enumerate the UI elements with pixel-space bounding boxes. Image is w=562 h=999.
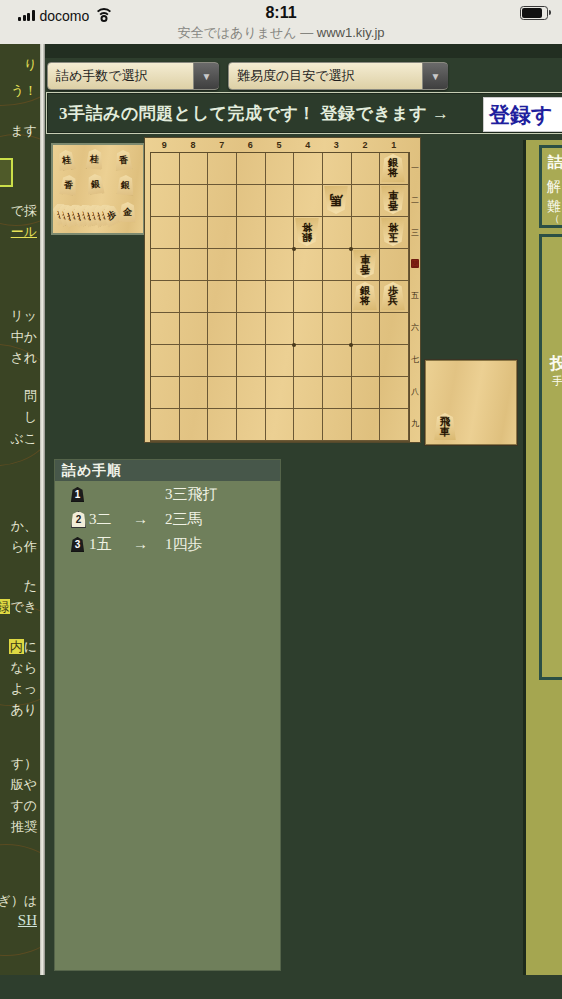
right-text-fragment: 手 bbox=[552, 374, 562, 389]
piece-gote-silver-4c[interactable]: 銀将 bbox=[295, 218, 319, 246]
tray-piece[interactable]: 金 bbox=[119, 202, 137, 223]
sente-hand-stand[interactable]: 飛車 bbox=[425, 360, 517, 445]
shogi-board[interactable]: 98 76 54 32 1 一二 三四 五六 七八 九 銀将 bbox=[145, 138, 420, 442]
file-labels: 98 76 54 32 1 bbox=[150, 139, 408, 152]
left-text-fragment: あり bbox=[10, 701, 37, 719]
left-text-fragment: し bbox=[24, 408, 37, 426]
battery-icon bbox=[520, 6, 548, 20]
move-2-badge: 2 bbox=[71, 511, 86, 528]
right-text-fragment: 解 bbox=[547, 178, 561, 196]
move-1-badge: 1 bbox=[71, 487, 84, 502]
hand-piece-rook[interactable]: 飛車 bbox=[434, 413, 456, 440]
piece-box-tray[interactable]: 桂 桂 香 香 銀 銀 歩 歩 歩 歩 歩 歩 歩 歩 歩 歩 歩 金 bbox=[51, 143, 145, 235]
left-text-fragment: す） bbox=[11, 755, 37, 773]
difficulty-select-label: 難易度の目安で選択 bbox=[229, 67, 422, 85]
completion-message: 3手詰みの問題として完成です！ 登録できます → bbox=[47, 102, 449, 125]
left-text-fragment: ぶこ bbox=[10, 430, 37, 448]
left-text-fragment: 推奨 bbox=[11, 818, 37, 836]
left-text-fragment: すの bbox=[10, 797, 37, 815]
safari-url-hint[interactable]: 安全ではありません — www1.kiy.jp bbox=[0, 24, 562, 42]
left-text-fragment: よっ bbox=[10, 680, 37, 698]
top-band bbox=[0, 44, 562, 58]
left-sidebar-strip: り う！ ます で採 ール リッ 中か され 問 し ぶこ か、 ら作 た 録で… bbox=[0, 44, 40, 975]
ios-status-bar: docomo 8:11 安全ではありません — www1.kiy.jp bbox=[0, 0, 562, 44]
move-3-badge: 3 bbox=[71, 537, 84, 552]
left-text-fragment: 問 bbox=[24, 387, 37, 405]
right-info-box-2 bbox=[539, 234, 562, 680]
tray-piece[interactable]: 銀 bbox=[86, 173, 105, 194]
left-text-fragment: リッ bbox=[10, 307, 37, 325]
moves-panel: 詰め手順 1 3三飛打 2 3二 → 2三馬 3 1五 → 1四歩 bbox=[55, 460, 280, 970]
right-text-fragment: 詰 bbox=[548, 153, 562, 172]
right-text-fragment: （ bbox=[550, 212, 560, 226]
register-button[interactable]: 登録す bbox=[483, 97, 562, 132]
left-link-fragment[interactable]: ール bbox=[11, 223, 37, 241]
piece-gote-king-1c[interactable]: 玉将 bbox=[381, 218, 405, 246]
left-text-fragment: か、 bbox=[11, 517, 37, 535]
left-text-fragment: ら作 bbox=[11, 538, 37, 556]
chevron-down-icon[interactable]: ▼ bbox=[193, 63, 219, 89]
piece-gote-lance-1b[interactable]: 香車 bbox=[381, 186, 405, 214]
piece-sente-silver-1a[interactable]: 銀将 bbox=[381, 154, 405, 182]
url-domain: www1.kiy.jp bbox=[317, 25, 385, 40]
left-highlight-box bbox=[0, 158, 13, 187]
moves-count-select[interactable]: 詰め手数で選択 ▼ bbox=[47, 62, 219, 90]
left-text-fragment: で採 bbox=[11, 202, 37, 220]
left-text-fragment: され bbox=[10, 349, 37, 367]
left-text-fragment: なら bbox=[10, 659, 37, 677]
move-row-2[interactable]: 2 3二 → 2三馬 bbox=[55, 508, 280, 531]
left-text-fragment: た bbox=[24, 577, 37, 595]
moves-count-select-label: 詰め手数で選択 bbox=[48, 67, 193, 85]
left-text-fragment: ます bbox=[10, 122, 37, 140]
difficulty-select[interactable]: 難易度の目安で選択 ▼ bbox=[228, 62, 448, 90]
left-text-fragment: う！ bbox=[11, 82, 37, 100]
left-text-fragment: り bbox=[24, 56, 37, 74]
tray-piece[interactable]: 桂 bbox=[85, 148, 103, 169]
left-text-fragment: 中か bbox=[11, 328, 37, 346]
left-text-fragment: ぎ）は bbox=[0, 892, 37, 910]
piece-gote-horse-3b[interactable]: 馬 bbox=[324, 186, 348, 214]
tray-piece[interactable]: 香 bbox=[59, 174, 78, 196]
clock: 8:11 bbox=[0, 4, 562, 22]
piece-gote-lance-2d[interactable]: 香車 bbox=[353, 250, 377, 278]
chevron-down-icon[interactable]: ▼ bbox=[422, 63, 448, 89]
rank-4-marker: 四 bbox=[411, 259, 419, 268]
piece-sente-pawn-1e[interactable]: 歩兵 bbox=[381, 282, 405, 310]
move-row-3[interactable]: 3 1五 → 1四歩 bbox=[55, 533, 280, 556]
left-link-fragment[interactable]: SH bbox=[18, 912, 37, 929]
tray-piece[interactable]: 銀 bbox=[116, 175, 134, 196]
rank-labels: 一二 三四 五六 七八 九 bbox=[410, 152, 420, 440]
iphone-screen: { "game": "shogi (tsume-shogi problem ed… bbox=[0, 0, 562, 999]
left-text-fragment: 録でき bbox=[0, 598, 37, 616]
vertical-divider bbox=[40, 44, 45, 975]
left-text-fragment: 版や bbox=[11, 776, 37, 794]
tray-piece[interactable]: 香 bbox=[114, 150, 132, 171]
web-page: り う！ ます で採 ール リッ 中か され 問 し ぶこ か、 ら作 た 録で… bbox=[0, 44, 562, 975]
right-sidebar-strip: 詰 解 難 （ 投 手 bbox=[523, 140, 562, 975]
piece-sente-silver-2e[interactable]: 銀将 bbox=[353, 282, 377, 310]
move-row-1[interactable]: 1 3三飛打 bbox=[55, 483, 280, 506]
moves-panel-title: 詰め手順 bbox=[55, 460, 280, 481]
right-text-fragment: 投 bbox=[550, 352, 562, 375]
completion-banner: 3手詰みの問題として完成です！ 登録できます → 登録す bbox=[46, 92, 562, 134]
tray-piece[interactable]: 桂 bbox=[57, 149, 76, 171]
left-text-fragment: 内に bbox=[9, 638, 37, 656]
